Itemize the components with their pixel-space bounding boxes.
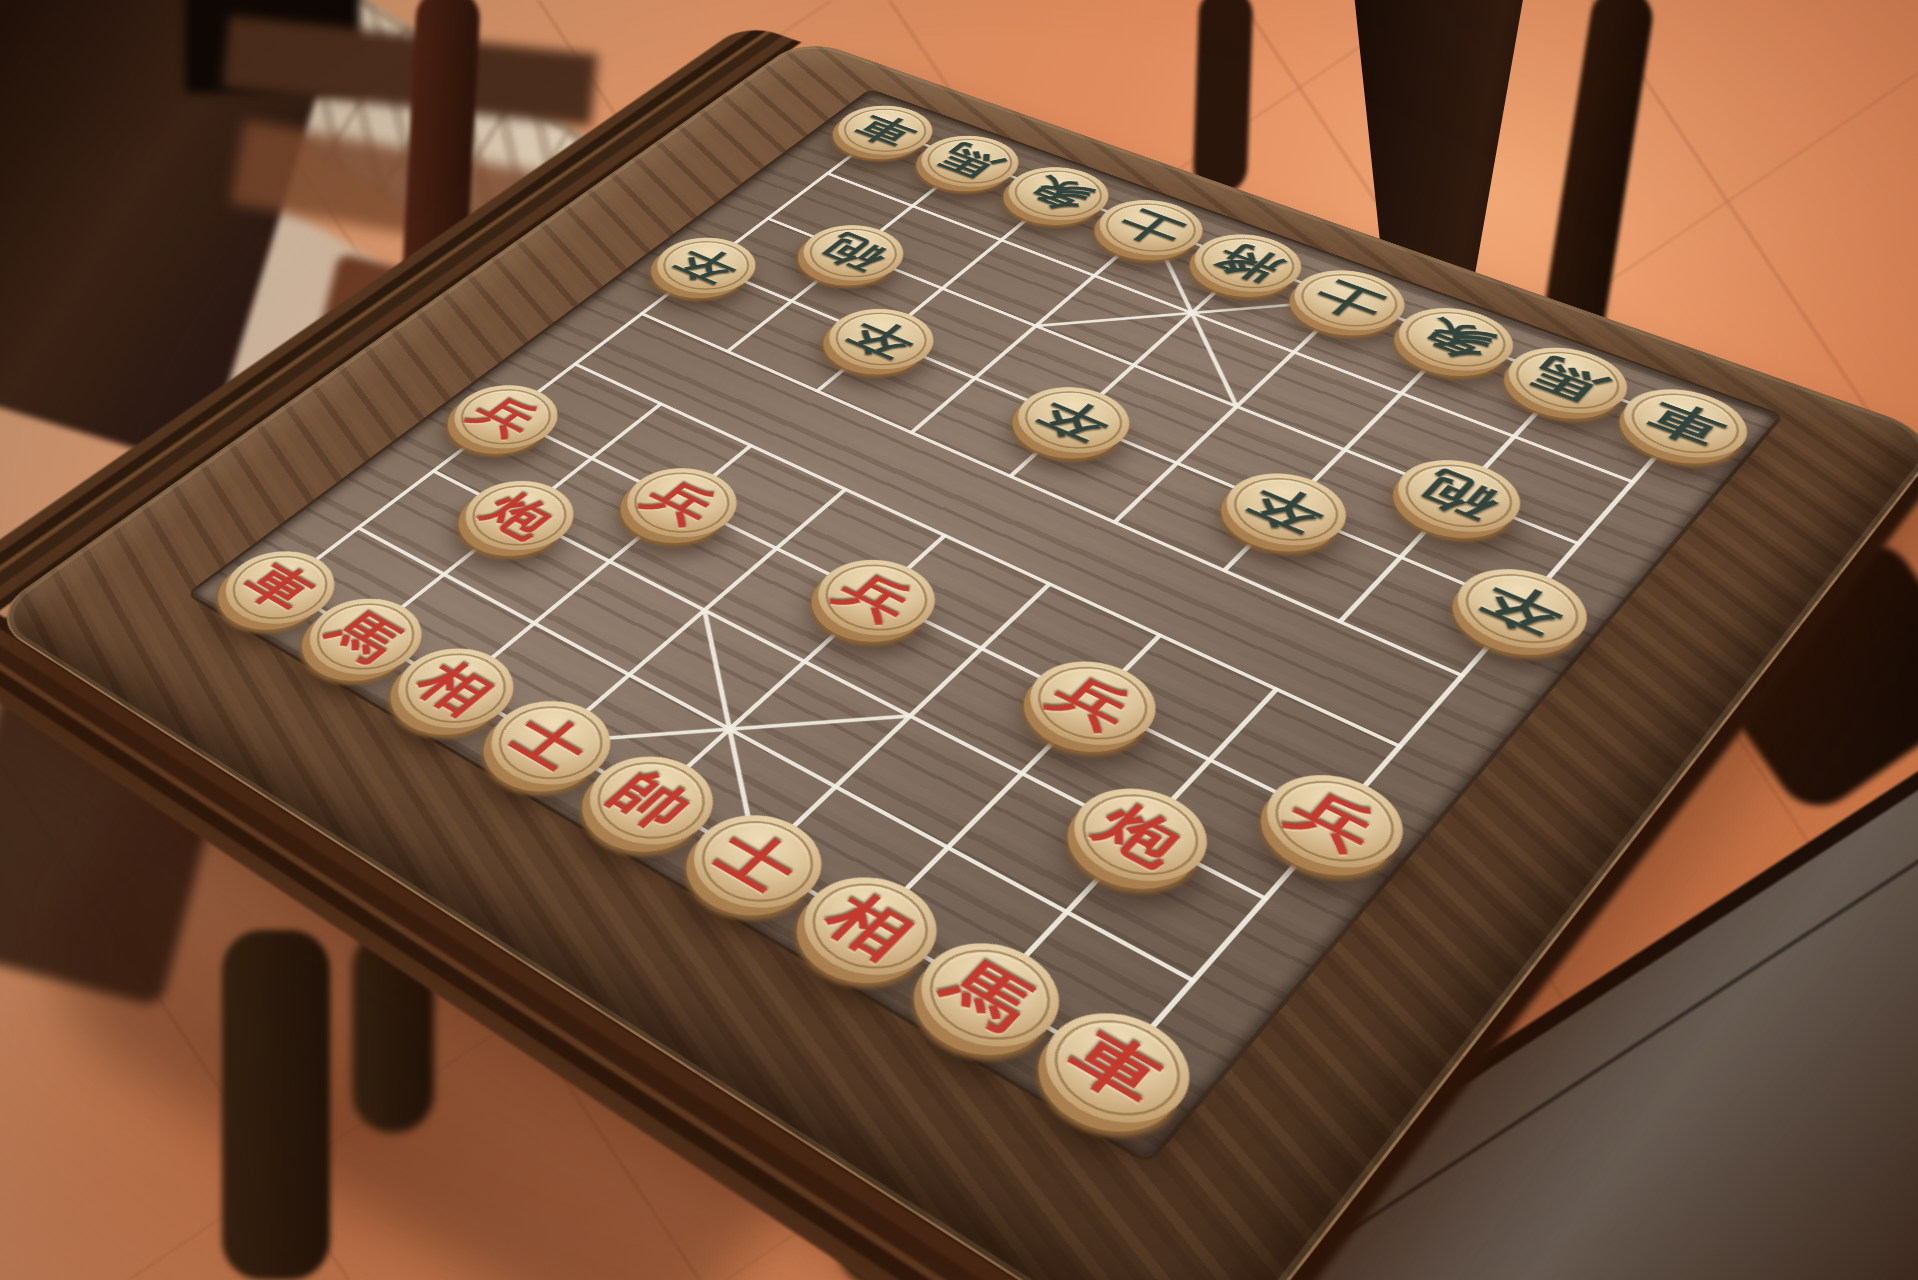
piece-glyph-advisor: 士 xyxy=(1109,205,1193,251)
piece-glyph-elephant: 相 xyxy=(815,885,925,967)
piece-glyph-soldier: 卒 xyxy=(1471,575,1573,641)
scene-xiangqi-photo: 車馬象士將士象馬車砲砲卒卒卒卒卒兵兵兵兵兵炮炮車馬相士帥士相馬車 xyxy=(0,0,1918,1280)
piece-black-soldier-4[interactable]: 卒 xyxy=(1205,460,1367,561)
piece-glyph-soldier: 卒 xyxy=(1238,479,1334,539)
piece-glyph-cannon: 砲 xyxy=(812,230,895,276)
piece-glyph-horse: 馬 xyxy=(930,140,1010,182)
piece-glyph-horse: 馬 xyxy=(319,605,413,669)
table-leg xyxy=(222,930,330,1280)
piece-glyph-soldier: 卒 xyxy=(1028,393,1119,448)
piece-red-soldier-4[interactable]: 兵 xyxy=(1007,645,1179,762)
piece-glyph-chariot: 車 xyxy=(1058,1022,1175,1114)
piece-glyph-advisor: 士 xyxy=(1305,275,1393,325)
piece-glyph-advisor: 士 xyxy=(501,708,601,778)
piece-black-soldier-3[interactable]: 卒 xyxy=(997,375,1150,467)
piece-black-cannon-left[interactable]: 砲 xyxy=(784,215,923,293)
piece-glyph-soldier: 兵 xyxy=(828,566,925,629)
piece-red-soldier-2[interactable]: 兵 xyxy=(605,455,758,552)
piece-glyph-elephant: 象 xyxy=(1017,172,1099,216)
piece-glyph-general: 將 xyxy=(1205,239,1291,287)
piece-glyph-chariot: 車 xyxy=(846,110,924,151)
piece-glyph-cannon: 炮 xyxy=(474,487,565,545)
piece-glyph-horse: 馬 xyxy=(933,951,1046,1038)
piece-glyph-soldier: 卒 xyxy=(665,242,747,288)
piece-black-soldier-2[interactable]: 卒 xyxy=(809,297,954,381)
piece-glyph-chariot: 車 xyxy=(234,557,325,618)
piece-glyph-elephant: 相 xyxy=(407,655,504,722)
piece-glyph-soldier: 兵 xyxy=(636,474,727,532)
piece-glyph-cannon: 炮 xyxy=(1086,796,1194,874)
piece-black-cannon-right[interactable]: 砲 xyxy=(1377,446,1540,547)
piece-red-soldier-3[interactable]: 兵 xyxy=(795,545,957,651)
piece-glyph-horse: 馬 xyxy=(1521,353,1614,408)
piece-glyph-soldier: 兵 xyxy=(1280,782,1389,860)
piece-red-cannon-right[interactable]: 炮 xyxy=(1049,771,1231,901)
piece-glyph-soldier: 兵 xyxy=(1041,668,1144,738)
chair-spindle-right-1 xyxy=(1192,0,1253,194)
piece-glyph-soldier: 兵 xyxy=(463,390,550,443)
piece-glyph-cannon: 砲 xyxy=(1410,466,1507,526)
piece-glyph-elephant: 象 xyxy=(1410,313,1501,365)
piece-glyph-chariot: 車 xyxy=(1637,395,1733,452)
piece-glyph-advisor: 士 xyxy=(704,823,810,901)
piece-glyph-general: 帥 xyxy=(600,763,703,837)
piece-red-cannon-left[interactable]: 炮 xyxy=(444,468,596,565)
piece-glyph-soldier: 卒 xyxy=(838,314,924,364)
